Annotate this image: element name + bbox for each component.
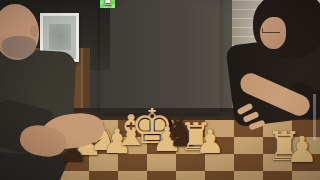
left-player-beard (2, 36, 36, 58)
right-player-glasses (262, 28, 280, 33)
video-frame: ♟♞♟♝♚♟♞♜♟♜♟♟ ♜♞♛♚♞♜♟♟♟♟♟♟♝♟♟♟♟♟♟♟♟♟♜♞♝♚♞… (0, 0, 320, 180)
left-player-ear (30, 26, 38, 37)
digital-chessboard-overlay: ♜♞♛♚♞♜♟♟♟♟♟♟♝♟♟♟♟♟♟♟♟♟♜♞♝♚♞♜ (100, 0, 220, 113)
wood-piece-light-pawn: ♟ (195, 125, 225, 158)
square-h1: ♜ (100, 0, 115, 8)
vertical-watermark (313, 94, 316, 140)
right-player-face (260, 17, 286, 49)
digital-piece-white-rook-h1: ♜ (102, 0, 114, 8)
